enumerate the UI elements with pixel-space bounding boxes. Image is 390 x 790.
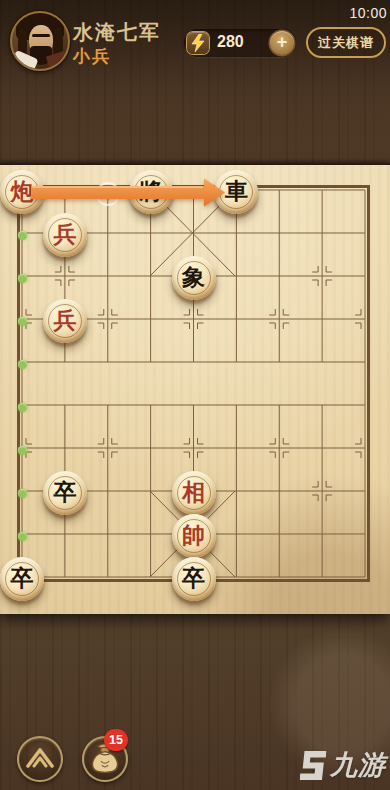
move-hint-dot[interactable] bbox=[18, 317, 27, 326]
piece-label: 炮 bbox=[0, 169, 44, 213]
move-hint-dot[interactable] bbox=[18, 446, 27, 455]
avatar[interactable] bbox=[10, 11, 70, 71]
move-hint-dot[interactable] bbox=[18, 403, 27, 412]
piece-label: 車 bbox=[214, 169, 258, 213]
move-hint-dot[interactable] bbox=[18, 360, 27, 369]
piece-black-chariot[interactable]: 車 bbox=[214, 170, 258, 214]
app-screen: 10:00 水淹七军 小兵 280 + 过关棋谱 炮將車兵象兵卒相帥卒卒 bbox=[0, 0, 390, 790]
piece-label: 將 bbox=[129, 169, 173, 213]
xiangqi-board[interactable]: 炮將車兵象兵卒相帥卒卒 bbox=[0, 0, 390, 790]
watermark-icon bbox=[299, 751, 327, 780]
add-energy-button[interactable]: + bbox=[270, 31, 294, 55]
player-rank-label: 小兵 bbox=[73, 45, 111, 68]
piece-black-soldier[interactable]: 卒 bbox=[0, 557, 44, 601]
lightning-icon bbox=[187, 32, 209, 54]
energy-value: 280 bbox=[217, 33, 244, 51]
clock-label: 10:00 bbox=[349, 5, 387, 21]
chevron-up-icon bbox=[19, 738, 61, 780]
level-record-button[interactable]: 过关棋谱 bbox=[306, 27, 386, 58]
move-hint-dot[interactable] bbox=[60, 190, 69, 199]
watermark-text: 九游 bbox=[330, 747, 386, 783]
piece-red-soldier[interactable]: 兵 bbox=[43, 213, 87, 257]
piece-label: 卒 bbox=[43, 470, 87, 514]
badge-count: 15 bbox=[104, 729, 128, 751]
piece-red-cannon[interactable]: 炮 bbox=[0, 170, 44, 214]
piece-label: 相 bbox=[172, 470, 216, 514]
piece-label: 兵 bbox=[43, 212, 87, 256]
energy-pill: 280 + bbox=[184, 29, 296, 57]
piece-label: 兵 bbox=[43, 298, 87, 342]
move-hint-ring[interactable] bbox=[96, 182, 120, 206]
piece-red-general[interactable]: 帥 bbox=[172, 514, 216, 558]
move-hint-dot[interactable] bbox=[18, 532, 27, 541]
watermark-logo: 九游 bbox=[301, 747, 386, 783]
piece-black-soldier[interactable]: 卒 bbox=[172, 557, 216, 601]
piece-red-elephant[interactable]: 相 bbox=[172, 471, 216, 515]
piece-label: 卒 bbox=[0, 556, 44, 600]
move-hint-dot[interactable] bbox=[18, 274, 27, 283]
piece-label: 卒 bbox=[172, 556, 216, 600]
piece-black-elephant[interactable]: 象 bbox=[172, 256, 216, 300]
collapse-button[interactable] bbox=[17, 736, 63, 782]
piece-label: 帥 bbox=[172, 513, 216, 557]
move-hint-dot[interactable] bbox=[18, 231, 27, 240]
piece-red-soldier[interactable]: 兵 bbox=[43, 299, 87, 343]
level-title: 水淹七军 bbox=[73, 19, 161, 46]
piece-black-soldier[interactable]: 卒 bbox=[43, 471, 87, 515]
piece-label: 象 bbox=[172, 255, 216, 299]
piece-black-general[interactable]: 將 bbox=[129, 170, 173, 214]
move-hint-dot[interactable] bbox=[18, 489, 27, 498]
